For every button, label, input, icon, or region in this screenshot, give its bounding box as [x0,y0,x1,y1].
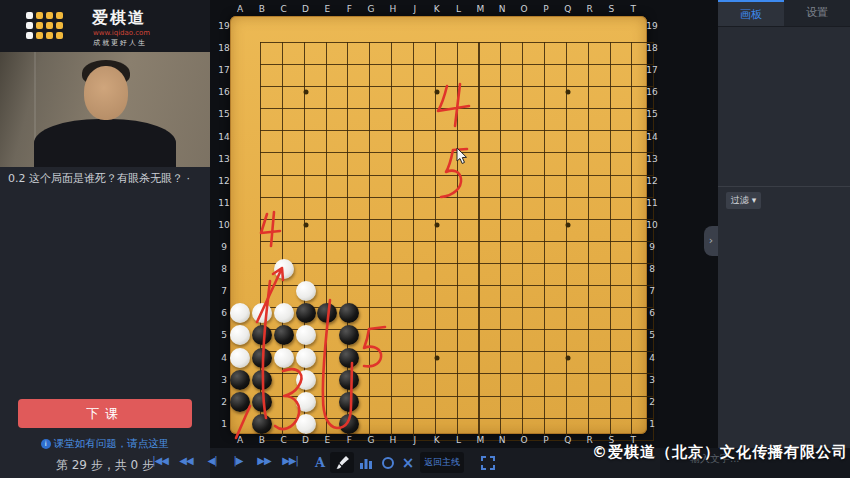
row-label-left: 10 [218,220,229,230]
stone-B6-white[interactable] [252,303,272,323]
row-label-left: 19 [218,21,229,31]
col-label-top: N [499,4,506,14]
row-label-left: 2 [221,397,227,407]
tabs-divider [718,26,850,27]
stone-D5-white[interactable] [296,325,316,345]
stone-B3-black[interactable] [252,370,272,390]
stone-C4-white[interactable] [274,348,294,368]
stone-C5-black[interactable] [274,325,294,345]
stone-D7-white[interactable] [296,281,316,301]
left-sidebar: 爱棋道 www.iqidao.com 成就更好人生 0.2 这个局面是谁死？有眼… [0,0,210,478]
return-mainline-button[interactable]: 返回主线 [420,452,464,473]
stone-A2-black[interactable] [230,392,250,412]
stone-A5-white[interactable] [230,325,250,345]
col-label-top: H [390,4,397,14]
delete-tool-button[interactable]: × [399,452,417,473]
stone-C6-white[interactable] [274,303,294,323]
text-tool-button[interactable]: A [310,452,330,473]
stone-A4-white[interactable] [230,348,250,368]
row-label-left: 14 [218,132,229,142]
clear-marks-button[interactable] [378,452,398,473]
col-label-top: S [609,4,615,14]
col-label-top: R [586,4,592,14]
playback-forward-button[interactable]: ▶▶ [252,455,276,466]
logo-url: www.iqidao.com [93,29,150,37]
row-label-left: 18 [218,43,229,53]
stone-A3-black[interactable] [230,370,250,390]
playback-prev-button[interactable]: ◀| [200,455,224,466]
right-panel: 画板 设置 过滤 ▾ 发送 [718,0,850,478]
playback-last-button[interactable]: ▶▶| [278,455,302,466]
lesson-notes [728,34,842,48]
chart-tool-button[interactable] [356,452,376,473]
stone-F5-black[interactable] [339,325,359,345]
col-label-top: P [543,4,548,14]
fullscreen-icon [481,456,495,470]
stone-A6-white[interactable] [230,303,250,323]
row-label-left: 7 [221,286,227,296]
col-label-top: M [476,4,484,14]
brush-tool-button-selected[interactable] [330,452,354,473]
stone-F2-black[interactable] [339,392,359,412]
col-label-top: L [456,4,461,14]
row-label-left: 11 [218,198,229,208]
stone-D6-black[interactable] [296,303,316,323]
stone-C8-white[interactable] [274,259,294,279]
fullscreen-button[interactable] [478,452,498,473]
go-board-panel: AABBCCDDEEFFGGHHJJKKLLMMNNOOPPQQRRSSTT19… [210,0,718,478]
go-board-grid[interactable] [260,42,654,441]
col-label-bottom: A [237,435,243,445]
col-label-top: G [368,4,375,14]
teacher-silhouette-body [34,119,176,167]
lesson-question-title: 0.2 这个局面是谁死？有眼杀无眼？ · [8,171,204,186]
row-label-left: 8 [221,264,227,274]
copyright-watermark: ©爱棋道（北京）文化传播有限公司 [592,443,848,462]
stone-B4-black[interactable] [252,348,272,368]
stone-F6-black[interactable] [339,303,359,323]
col-label-top: F [347,4,352,14]
row-label-left: 4 [221,353,227,363]
stone-B1-black[interactable] [252,414,272,434]
row-label-left: 1 [221,419,227,429]
col-label-top: E [325,4,331,14]
row-label-right: 19 [646,21,657,31]
stone-D1-white[interactable] [296,414,316,434]
brush-icon [335,455,350,470]
end-class-button[interactable]: 下课 [18,399,192,428]
col-label-top: A [237,4,243,14]
col-label-top: Q [564,4,571,14]
row-label-left: 9 [221,242,227,252]
col-label-top: D [302,4,309,14]
filter-dropdown-button[interactable]: 过滤 ▾ [726,192,761,209]
logo-slogan: 成就更好人生 [93,38,147,48]
row-label-left: 13 [218,154,229,164]
logo-title: 爱棋道 [92,8,146,29]
help-link-label: 课堂如有问题，请点这里 [54,437,170,449]
col-label-top: K [434,4,440,14]
logo-bar: 爱棋道 www.iqidao.com 成就更好人生 [0,0,210,52]
stone-F1-black[interactable] [339,414,359,434]
stone-B2-black[interactable] [252,392,272,412]
row-label-left: 16 [218,87,229,97]
bar-chart-icon [359,456,373,470]
stone-D2-white[interactable] [296,392,316,412]
stone-F4-black[interactable] [339,348,359,368]
panel-divider [718,186,850,187]
teacher-silhouette-face [84,66,128,120]
row-label-left: 6 [221,308,227,318]
go-board[interactable] [230,16,647,434]
iqidao-logo-icon [26,12,63,39]
teacher-video-feed[interactable] [0,52,210,167]
col-label-top: B [259,4,265,14]
help-link[interactable]: i课堂如有问题，请点这里 [0,437,210,451]
row-label-left: 15 [218,109,229,119]
col-label-top: J [413,4,416,14]
row-label-left: 5 [221,330,227,340]
col-label-top: O [521,4,528,14]
row-label-left: 17 [218,65,229,75]
row-label-left: 12 [218,176,229,186]
info-icon: i [41,439,51,449]
stone-F3-black[interactable] [339,370,359,390]
playback-next-button[interactable]: |▶ [226,455,250,466]
playback-first-button[interactable]: |◀◀ [148,455,172,466]
col-label-top: T [631,4,637,14]
stone-D4-white[interactable] [296,348,316,368]
stone-B5-black[interactable] [252,325,272,345]
tab-drawing-board[interactable]: 画板 [718,0,784,26]
stone-D3-white[interactable] [296,370,316,390]
playback-rewind-button[interactable]: ◀◀ [174,455,198,466]
stone-E6-black[interactable] [317,303,337,323]
ring-icon [381,456,395,470]
row-label-left: 3 [221,375,227,385]
panel-collapse-handle[interactable]: › [704,226,718,256]
col-label-top: C [281,4,287,14]
tab-settings[interactable]: 设置 [784,0,850,26]
